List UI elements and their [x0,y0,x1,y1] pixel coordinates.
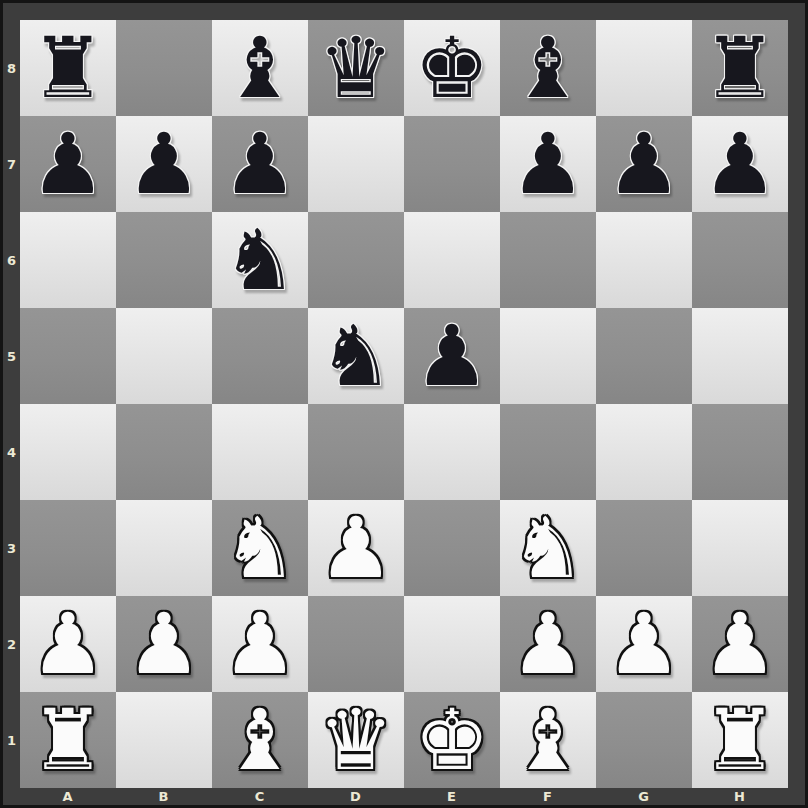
piece-white-rook[interactable]: ♜ [30,692,105,788]
file-label-b: B [116,788,212,805]
piece-black-pawn[interactable]: ♟ [510,116,585,212]
square-c8[interactable]: ♝ [212,20,308,116]
square-e7[interactable] [404,116,500,212]
square-f5[interactable] [500,308,596,404]
rank-label-4: 4 [3,404,20,500]
square-h2[interactable]: ♟ [692,596,788,692]
file-labels: ABCDEFGH [20,788,788,805]
square-d2[interactable] [308,596,404,692]
piece-white-pawn[interactable]: ♟ [222,596,297,692]
square-g4[interactable] [596,404,692,500]
square-a2[interactable]: ♟ [20,596,116,692]
piece-white-knight[interactable]: ♞ [222,500,297,596]
piece-black-pawn[interactable]: ♟ [606,116,681,212]
square-e3[interactable] [404,500,500,596]
square-f8[interactable]: ♝ [500,20,596,116]
square-c7[interactable]: ♟ [212,116,308,212]
piece-black-pawn[interactable]: ♟ [702,116,777,212]
square-b3[interactable] [116,500,212,596]
file-label-c: C [212,788,308,805]
piece-white-king[interactable]: ♚ [414,692,489,788]
square-d7[interactable] [308,116,404,212]
piece-black-queen[interactable]: ♛ [318,20,393,116]
piece-white-knight[interactable]: ♞ [510,500,585,596]
square-e8[interactable]: ♚ [404,20,500,116]
rank-label-5: 5 [3,308,20,404]
square-g7[interactable]: ♟ [596,116,692,212]
rank-label-2: 2 [3,596,20,692]
piece-black-knight[interactable]: ♞ [222,212,297,308]
square-h6[interactable] [692,212,788,308]
piece-black-king[interactable]: ♚ [414,20,489,116]
piece-black-pawn[interactable]: ♟ [126,116,201,212]
square-b8[interactable] [116,20,212,116]
square-h1[interactable]: ♜ [692,692,788,788]
square-h3[interactable] [692,500,788,596]
square-a5[interactable] [20,308,116,404]
square-e5[interactable]: ♟ [404,308,500,404]
square-h7[interactable]: ♟ [692,116,788,212]
chess-board-frame: 87654321 ♜♝♛♚♝♜♟♟♟♟♟♟♞♞♟♞♟♞♟♟♟♟♟♟♜♝♛♚♝♜ … [0,0,808,808]
square-f2[interactable]: ♟ [500,596,596,692]
piece-white-pawn[interactable]: ♟ [702,596,777,692]
piece-white-pawn[interactable]: ♟ [510,596,585,692]
square-g8[interactable] [596,20,692,116]
square-h4[interactable] [692,404,788,500]
file-label-a: A [20,788,116,805]
square-a3[interactable] [20,500,116,596]
square-g6[interactable] [596,212,692,308]
piece-white-pawn[interactable]: ♟ [606,596,681,692]
square-d1[interactable]: ♛ [308,692,404,788]
square-f3[interactable]: ♞ [500,500,596,596]
file-label-g: G [596,788,692,805]
piece-white-bishop[interactable]: ♝ [222,692,297,788]
square-c2[interactable]: ♟ [212,596,308,692]
square-f4[interactable] [500,404,596,500]
piece-white-rook[interactable]: ♜ [702,692,777,788]
square-a7[interactable]: ♟ [20,116,116,212]
piece-black-bishop[interactable]: ♝ [510,20,585,116]
square-b6[interactable] [116,212,212,308]
square-h5[interactable] [692,308,788,404]
square-e1[interactable]: ♚ [404,692,500,788]
square-f6[interactable] [500,212,596,308]
square-e6[interactable] [404,212,500,308]
piece-black-rook[interactable]: ♜ [702,20,777,116]
square-c3[interactable]: ♞ [212,500,308,596]
square-e2[interactable] [404,596,500,692]
file-label-f: F [500,788,596,805]
square-c6[interactable]: ♞ [212,212,308,308]
rank-labels: 87654321 [3,20,20,788]
rank-label-8: 8 [3,20,20,116]
square-b5[interactable] [116,308,212,404]
piece-black-rook[interactable]: ♜ [30,20,105,116]
rank-label-6: 6 [3,212,20,308]
square-e4[interactable] [404,404,500,500]
rank-label-1: 1 [3,692,20,788]
square-c1[interactable]: ♝ [212,692,308,788]
piece-white-pawn[interactable]: ♟ [30,596,105,692]
piece-black-pawn[interactable]: ♟ [30,116,105,212]
square-d6[interactable] [308,212,404,308]
square-d4[interactable] [308,404,404,500]
piece-white-bishop[interactable]: ♝ [510,692,585,788]
piece-black-pawn[interactable]: ♟ [222,116,297,212]
square-f7[interactable]: ♟ [500,116,596,212]
square-f1[interactable]: ♝ [500,692,596,788]
piece-white-pawn[interactable]: ♟ [318,500,393,596]
square-a6[interactable] [20,212,116,308]
square-b4[interactable] [116,404,212,500]
square-b7[interactable]: ♟ [116,116,212,212]
rank-label-3: 3 [3,500,20,596]
chess-board: ♜♝♛♚♝♜♟♟♟♟♟♟♞♞♟♞♟♞♟♟♟♟♟♟♜♝♛♚♝♜ [20,20,788,788]
square-g5[interactable] [596,308,692,404]
square-g3[interactable] [596,500,692,596]
square-a4[interactable] [20,404,116,500]
rank-label-7: 7 [3,116,20,212]
square-a1[interactable]: ♜ [20,692,116,788]
file-label-e: E [404,788,500,805]
square-a8[interactable]: ♜ [20,20,116,116]
square-d5[interactable]: ♞ [308,308,404,404]
square-c5[interactable] [212,308,308,404]
file-label-d: D [308,788,404,805]
square-c4[interactable] [212,404,308,500]
square-d8[interactable]: ♛ [308,20,404,116]
square-b2[interactable]: ♟ [116,596,212,692]
piece-black-pawn[interactable]: ♟ [414,308,489,404]
piece-white-queen[interactable]: ♛ [318,692,393,788]
square-d3[interactable]: ♟ [308,500,404,596]
file-label-h: H [692,788,788,805]
piece-black-bishop[interactable]: ♝ [222,20,297,116]
square-h8[interactable]: ♜ [692,20,788,116]
piece-white-pawn[interactable]: ♟ [126,596,201,692]
square-g1[interactable] [596,692,692,788]
piece-black-knight[interactable]: ♞ [318,308,393,404]
square-b1[interactable] [116,692,212,788]
square-g2[interactable]: ♟ [596,596,692,692]
